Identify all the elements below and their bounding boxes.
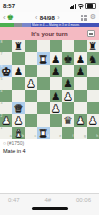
rank-label-2: 2: [1, 115, 3, 119]
square-g4[interactable]: [74, 90, 86, 102]
piece-br-b8: ♜: [14, 40, 23, 52]
rank-label-8: 8: [1, 41, 3, 45]
rank-label-4: 4: [1, 90, 3, 94]
square-a5[interactable]: 5: [0, 77, 12, 89]
piece-wp-e3: ♟: [51, 102, 60, 114]
square-d7[interactable]: ♜: [37, 52, 49, 64]
piece-wq-b3: ♛: [14, 102, 23, 114]
square-h3[interactable]: [87, 102, 99, 114]
settings-gear-icon[interactable]: ⚙: [90, 14, 96, 21]
piece-bp-b6: ♟: [14, 65, 23, 77]
square-c6[interactable]: [25, 65, 37, 77]
rank-label-5: 5: [1, 78, 3, 82]
square-e5[interactable]: [50, 77, 62, 89]
square-h8[interactable]: ♜: [87, 40, 99, 52]
square-e6[interactable]: ♟: [50, 65, 62, 77]
square-c1[interactable]: c: [25, 127, 37, 139]
square-b8[interactable]: ♜: [12, 40, 24, 52]
square-f7[interactable]: ♚: [62, 52, 74, 64]
rank-label-7: 7: [1, 53, 3, 57]
toolbar-row: 0:47 4# 00:06: [0, 194, 99, 203]
nav-actions: ⚙: [81, 14, 96, 21]
piece-bp-e4: ♟: [51, 90, 60, 102]
puzzle-id-line: ○ (#1750): [3, 141, 99, 146]
rank-label-6: 6: [1, 65, 3, 69]
square-a2[interactable]: 2♟: [0, 114, 12, 126]
bottom-toolbar: 0:47 4# 00:06: [0, 193, 99, 215]
square-c4[interactable]: [25, 90, 37, 102]
square-g5[interactable]: [74, 77, 86, 89]
mini-board-icon[interactable]: [87, 30, 95, 37]
total-timer: 0:47: [8, 197, 20, 203]
next-puzzle-chevron-icon[interactable]: ›: [57, 14, 59, 21]
square-b7[interactable]: [12, 52, 24, 64]
puzzle-pager: ‹ 84/98 ›: [35, 14, 60, 21]
clock-time: 8:57: [3, 3, 15, 9]
square-e4[interactable]: ♟: [50, 90, 62, 102]
square-g6[interactable]: ♟: [74, 65, 86, 77]
piece-br-h8: ♜: [88, 40, 97, 52]
piece-bp-g6: ♟: [76, 65, 85, 77]
square-d4[interactable]: [37, 90, 49, 102]
white-to-move-icon: ○: [3, 141, 6, 146]
file-label-h: h: [96, 135, 98, 139]
square-c8[interactable]: [25, 40, 37, 52]
square-d3[interactable]: [37, 102, 49, 114]
square-b6[interactable]: ♟: [12, 65, 24, 77]
square-h2[interactable]: ♟: [87, 114, 99, 126]
square-a8[interactable]: 8: [0, 40, 12, 52]
square-a6[interactable]: 6♚: [0, 65, 12, 77]
piece-wp-a2: ♟: [1, 114, 10, 126]
square-a4[interactable]: 4: [0, 90, 12, 102]
square-g8[interactable]: [74, 40, 86, 52]
file-label-b: b: [22, 135, 24, 139]
puzzle-task: Mate in 4: [3, 148, 99, 154]
piece-wr-d7: ♜: [39, 53, 48, 65]
square-h7[interactable]: ♞: [87, 52, 99, 64]
back-chevron-icon[interactable]: ‹: [3, 14, 6, 22]
piece-wp-b2: ♟: [14, 114, 23, 126]
file-label-g: g: [84, 135, 86, 139]
file-label-d: d: [47, 135, 49, 139]
square-h1[interactable]: h: [87, 127, 99, 139]
square-f3[interactable]: [62, 102, 74, 114]
square-c7[interactable]: [25, 52, 37, 64]
piece-bn-h7: ♞: [88, 53, 97, 65]
piece-bp-e7: ♟: [51, 53, 60, 65]
file-label-a: a: [10, 135, 12, 139]
square-f1[interactable]: f: [62, 127, 74, 139]
square-e8[interactable]: [50, 40, 62, 52]
piece-wp-g2: ♟: [76, 114, 85, 126]
square-g7[interactable]: ♟: [74, 52, 86, 64]
wifi-icon: [78, 4, 84, 9]
square-b1[interactable]: b♝: [12, 127, 24, 139]
file-label-e: e: [59, 135, 61, 139]
square-a3[interactable]: 3: [0, 102, 12, 114]
square-f4[interactable]: ♟: [62, 90, 74, 102]
piece-bk-f7: ♚: [63, 53, 72, 65]
rank-label-3: 3: [1, 102, 3, 106]
puzzle-timer: 00:06: [76, 197, 91, 203]
square-a7[interactable]: 7: [0, 52, 12, 64]
app-screen: 8:57 ‹ ♚ ‹ 84/98 › ⚙ Mate in 4 — Mating …: [0, 0, 99, 215]
turn-banner: It's your turn: [0, 27, 99, 40]
square-f5[interactable]: ♟: [62, 77, 74, 89]
square-f6[interactable]: [62, 65, 74, 77]
square-h5[interactable]: [87, 77, 99, 89]
piece-bq-f2: ♛: [63, 114, 72, 126]
puzzle-counter: 84/98: [40, 15, 55, 21]
square-g1[interactable]: g: [74, 127, 86, 139]
back-group[interactable]: ‹ ♚: [3, 13, 14, 22]
square-b2[interactable]: ♟: [12, 114, 24, 126]
status-bar: 8:57: [0, 0, 99, 12]
square-d2[interactable]: [37, 114, 49, 126]
home-indicator[interactable]: [32, 207, 68, 210]
square-e7[interactable]: ♟: [50, 52, 62, 64]
rank-label-1: 1: [1, 127, 3, 131]
square-f8[interactable]: [62, 40, 74, 52]
square-b3[interactable]: ♛: [12, 102, 24, 114]
status-icons: [70, 3, 96, 10]
piece-bp-f5: ♟: [63, 77, 72, 89]
square-e2[interactable]: [50, 114, 62, 126]
piece-wk-a6: ♚: [1, 65, 10, 77]
piece-wp-c5: ♟: [26, 77, 35, 89]
square-c3[interactable]: [25, 102, 37, 114]
file-label-c: c: [35, 135, 37, 139]
piece-wp-f4: ♟: [63, 90, 72, 102]
square-g3[interactable]: [74, 102, 86, 114]
puzzle-list-grid-icon[interactable]: [81, 15, 87, 21]
square-h6[interactable]: [87, 65, 99, 77]
nav-bar: ‹ ♚ ‹ 84/98 › ⚙: [0, 12, 99, 23]
square-b5[interactable]: [12, 77, 24, 89]
mate-depth-label: 4#: [44, 197, 51, 203]
puzzle-id: (#1750): [7, 141, 24, 146]
square-d1[interactable]: d♜: [37, 127, 49, 139]
piece-bp-g7: ♟: [76, 53, 85, 65]
turn-banner-text: It's your turn: [31, 31, 67, 37]
puzzle-info: ○ (#1750) Mate in 4: [0, 139, 99, 193]
square-b4[interactable]: [12, 90, 24, 102]
battery-icon: [85, 3, 96, 10]
square-e3[interactable]: ♟: [50, 102, 62, 114]
square-h4[interactable]: [87, 90, 99, 102]
square-c5[interactable]: ♟: [25, 77, 37, 89]
square-a1[interactable]: 1a: [0, 127, 12, 139]
square-g2[interactable]: ♟: [74, 114, 86, 126]
square-d6[interactable]: [37, 65, 49, 77]
cellular-signal-icon: [70, 4, 76, 9]
square-d5[interactable]: [37, 77, 49, 89]
app-logo-king-icon: ♚: [7, 13, 14, 22]
square-f2[interactable]: ♛: [62, 114, 74, 126]
piece-bp-e6: ♟: [51, 65, 60, 77]
prev-puzzle-chevron-icon[interactable]: ‹: [35, 14, 37, 21]
square-c2[interactable]: [25, 114, 37, 126]
square-d8[interactable]: [37, 40, 49, 52]
piece-wp-h2: ♟: [88, 114, 97, 126]
chess-board[interactable]: 8♜♜7♜♟♚♟♞6♚♟♟♟5♟♟4♟♟3♛♟2♟♟♛♟♟1ab♝cd♜efgh: [0, 40, 99, 139]
square-e1[interactable]: e: [50, 127, 62, 139]
